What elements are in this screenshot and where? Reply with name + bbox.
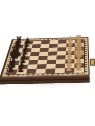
white-rook-piece: ♜ bbox=[75, 34, 83, 43]
square bbox=[27, 64, 37, 69]
square bbox=[47, 51, 56, 55]
border-ornament-right bbox=[84, 40, 87, 72]
square: ♟ bbox=[64, 68, 74, 73]
board-outer-frame: ♜♟♟♜♞♟♟♞♝♟♟♝♛♟♟♛♚♟♟♚♝♟♟♝♞♟♟♞♜♟♟♜ bbox=[0, 37, 90, 77]
board-tilt-wrapper: ♜♟♟♜♞♟♟♞♝♟♟♝♛♟♟♛♚♟♟♚♝♟♟♝♞♟♟♞♜♟♟♜ bbox=[0, 0, 95, 126]
board-decorative-border: ♜♟♟♜♞♟♟♞♝♟♟♝♛♟♟♛♚♟♟♚♝♟♟♝♞♟♟♞♜♟♟♜ bbox=[2, 38, 88, 77]
chess-board: ♜♟♟♜♞♟♟♞♝♟♟♝♛♟♟♛♚♟♟♚♝♟♟♝♞♟♟♞♜♟♟♜ bbox=[0, 37, 90, 77]
square bbox=[54, 68, 64, 73]
square bbox=[55, 64, 65, 69]
square bbox=[26, 69, 36, 74]
perspective-scene: ♜♟♟♜♞♟♟♞♝♟♟♝♛♟♟♛♚♟♟♚♝♟♟♝♞♟♟♞♜♟♟♜ bbox=[5, 13, 90, 98]
white-pawn-piece: ♟ bbox=[66, 51, 73, 59]
square: ♜ bbox=[74, 68, 84, 73]
black-rook-piece: ♜ bbox=[15, 36, 23, 45]
chess-set-product-photo: ♜♟♟♜♞♟♟♞♝♟♟♝♛♟♟♛♚♟♟♚♝♟♟♝♞♟♟♞♜♟♟♜ bbox=[0, 0, 95, 126]
brass-clasp bbox=[90, 59, 95, 66]
board-front-edge bbox=[0, 75, 90, 84]
board-grid: ♜♟♟♜♞♟♟♞♝♟♟♝♛♟♟♛♚♟♟♚♝♟♟♝♞♟♟♞♜♟♟♜ bbox=[6, 39, 83, 74]
